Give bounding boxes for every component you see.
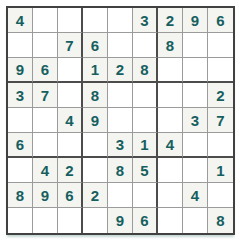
cell-r9c6[interactable]: 6 [133,208,158,233]
cell-r5c6[interactable] [133,108,158,133]
cell-r9c8[interactable] [183,208,208,233]
cell-r7c3[interactable]: 2 [58,158,83,183]
cell-r8c1[interactable]: 8 [8,183,33,208]
cell-r7c2[interactable]: 4 [33,158,58,183]
cell-r7c7[interactable] [158,158,183,183]
cell-r8c5[interactable] [108,183,133,208]
cell-r3c6[interactable]: 8 [133,58,158,83]
cell-r6c3[interactable] [58,133,83,158]
cell-r3c2[interactable]: 6 [33,58,58,83]
sudoku-board: 43296768961283782493763144285189624968 [6,6,235,235]
cell-r4c2[interactable]: 7 [33,83,58,108]
cell-r2c2[interactable] [33,33,58,58]
cell-r1c1[interactable]: 4 [8,8,33,33]
cell-r2c9[interactable] [208,33,233,58]
cell-r3c1[interactable]: 9 [8,58,33,83]
cell-r8c8[interactable]: 4 [183,183,208,208]
cell-r1c5[interactable] [108,8,133,33]
cell-r2c1[interactable] [8,33,33,58]
cell-r1c6[interactable]: 3 [133,8,158,33]
cell-r6c5[interactable]: 3 [108,133,133,158]
cell-r7c5[interactable]: 8 [108,158,133,183]
cell-r6c6[interactable]: 1 [133,133,158,158]
cell-r2c8[interactable] [183,33,208,58]
cell-r4c5[interactable] [108,83,133,108]
cell-r5c7[interactable] [158,108,183,133]
cell-r3c7[interactable] [158,58,183,83]
cell-r9c2[interactable] [33,208,58,233]
cell-r4c1[interactable]: 3 [8,83,33,108]
cell-r4c3[interactable] [58,83,83,108]
cell-r4c4[interactable]: 8 [83,83,108,108]
cell-r8c2[interactable]: 9 [33,183,58,208]
cell-r6c1[interactable]: 6 [8,133,33,158]
cell-r5c8[interactable]: 3 [183,108,208,133]
cell-r6c8[interactable] [183,133,208,158]
cell-r6c4[interactable] [83,133,108,158]
cell-r1c8[interactable]: 9 [183,8,208,33]
cell-r9c1[interactable] [8,208,33,233]
cell-r2c6[interactable] [133,33,158,58]
cell-r2c5[interactable] [108,33,133,58]
cell-r5c3[interactable]: 4 [58,108,83,133]
cell-r5c5[interactable] [108,108,133,133]
cell-r7c9[interactable]: 1 [208,158,233,183]
cell-r1c2[interactable] [33,8,58,33]
cell-r3c3[interactable] [58,58,83,83]
cell-r3c5[interactable]: 2 [108,58,133,83]
cell-r3c9[interactable] [208,58,233,83]
cell-r5c2[interactable] [33,108,58,133]
cell-r2c7[interactable]: 8 [158,33,183,58]
cell-r3c8[interactable] [183,58,208,83]
cell-r8c9[interactable] [208,183,233,208]
cell-r3c4[interactable]: 1 [83,58,108,83]
cell-r8c3[interactable]: 6 [58,183,83,208]
cell-r9c5[interactable]: 9 [108,208,133,233]
cell-r1c9[interactable]: 6 [208,8,233,33]
cell-r6c7[interactable]: 4 [158,133,183,158]
cell-r4c9[interactable]: 2 [208,83,233,108]
cell-r7c1[interactable] [8,158,33,183]
cell-r1c4[interactable] [83,8,108,33]
cell-r2c4[interactable]: 6 [83,33,108,58]
cell-r9c9[interactable]: 8 [208,208,233,233]
cell-r8c4[interactable]: 2 [83,183,108,208]
cell-r6c2[interactable] [33,133,58,158]
cell-r7c8[interactable] [183,158,208,183]
cell-r2c3[interactable]: 7 [58,33,83,58]
cell-r5c1[interactable] [8,108,33,133]
cell-r5c4[interactable]: 9 [83,108,108,133]
cell-r6c9[interactable] [208,133,233,158]
cell-r9c4[interactable] [83,208,108,233]
cell-r8c7[interactable] [158,183,183,208]
cell-r1c7[interactable]: 2 [158,8,183,33]
cell-r4c8[interactable] [183,83,208,108]
cell-r1c3[interactable] [58,8,83,33]
cell-r8c6[interactable] [133,183,158,208]
cell-r4c7[interactable] [158,83,183,108]
cell-r7c6[interactable]: 5 [133,158,158,183]
cell-r7c4[interactable] [83,158,108,183]
cell-r9c7[interactable] [158,208,183,233]
sudoku-board-container: 43296768961283782493763144285189624968 [6,6,235,235]
cell-r9c3[interactable] [58,208,83,233]
cell-r4c6[interactable] [133,83,158,108]
cell-r5c9[interactable]: 7 [208,108,233,133]
